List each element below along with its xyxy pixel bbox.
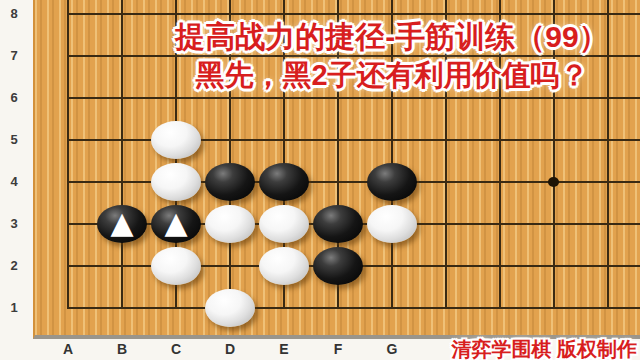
intersection-D1 [203, 287, 257, 329]
intersection-E4 [257, 161, 311, 203]
intersection-L4[interactable] [581, 161, 635, 203]
intersection-E3 [257, 203, 311, 245]
white-stone-C5 [151, 121, 201, 159]
title-line-1: 提高战力的捷径-手筋训练（99） [142, 17, 640, 58]
black-stone-B3: ▲ [97, 205, 147, 243]
intersection-D2[interactable] [203, 245, 257, 287]
black-stone-F2 [313, 247, 363, 285]
intersection-H1[interactable] [419, 287, 473, 329]
intersection-C4 [149, 161, 203, 203]
intersection-J3[interactable] [473, 203, 527, 245]
intersection-A4[interactable] [41, 161, 95, 203]
intersection-D3 [203, 203, 257, 245]
row-label-3: 3 [0, 203, 28, 245]
intersection-G4 [365, 161, 419, 203]
intersection-L2[interactable] [581, 245, 635, 287]
intersection-A6[interactable] [41, 77, 95, 119]
intersection-L1[interactable] [581, 287, 635, 329]
intersection-F2 [311, 245, 365, 287]
intersection-F3 [311, 203, 365, 245]
intersection-A3[interactable] [41, 203, 95, 245]
row-label-6: 6 [0, 77, 28, 119]
black-stone-D4 [205, 163, 255, 201]
white-stone-E2 [259, 247, 309, 285]
intersection-C3: ▲ [149, 203, 203, 245]
intersection-D5[interactable] [203, 119, 257, 161]
intersection-H5[interactable] [419, 119, 473, 161]
grid-extension [635, 287, 640, 329]
intersection-D4 [203, 161, 257, 203]
intersection-F4[interactable] [311, 161, 365, 203]
intersection-G1[interactable] [365, 287, 419, 329]
title-line-2: 黑先，黑2子还有利用价值吗？ [142, 56, 640, 96]
white-stone-E3 [259, 205, 309, 243]
intersection-B3: ▲ [95, 203, 149, 245]
intersection-B2[interactable] [95, 245, 149, 287]
intersection-A1[interactable] [41, 287, 95, 329]
white-stone-D1 [205, 289, 255, 327]
intersection-K3[interactable] [527, 203, 581, 245]
intersection-B4[interactable] [95, 161, 149, 203]
intersection-K4[interactable] [527, 161, 581, 203]
intersection-C1[interactable] [149, 287, 203, 329]
intersection-L3[interactable] [581, 203, 635, 245]
intersection-J1[interactable] [473, 287, 527, 329]
triangle-mark: ▲ [110, 208, 133, 238]
intersection-H2[interactable] [419, 245, 473, 287]
intersection-J4[interactable] [473, 161, 527, 203]
row-label-8: 8 [0, 0, 28, 35]
watermark-text: 清弈学围棋 版权制作 [451, 336, 637, 360]
intersection-B8[interactable] [95, 0, 149, 35]
intersection-G5[interactable] [365, 119, 419, 161]
row-label-1: 1 [0, 287, 28, 329]
intersection-B5[interactable] [95, 119, 149, 161]
row-label-7: 7 [0, 35, 28, 77]
intersection-A8[interactable] [41, 0, 95, 35]
row-coordinate-labels: 87654321 [0, 0, 28, 329]
black-stone-C3: ▲ [151, 205, 201, 243]
intersection-A7[interactable] [41, 35, 95, 77]
black-stone-G4 [367, 163, 417, 201]
intersection-B7[interactable] [95, 35, 149, 77]
intersection-B1[interactable] [95, 287, 149, 329]
col-label-D: D [203, 339, 257, 359]
go-problem-screenshot: ▲▲ 87654321 ABCDEFG 提高战力的捷径-手筋训练（99） 黑先，… [0, 0, 640, 360]
intersection-B6[interactable] [95, 77, 149, 119]
intersection-E1[interactable] [257, 287, 311, 329]
intersection-G2[interactable] [365, 245, 419, 287]
intersection-J2[interactable] [473, 245, 527, 287]
intersection-J5[interactable] [473, 119, 527, 161]
intersection-K5[interactable] [527, 119, 581, 161]
white-stone-C2 [151, 247, 201, 285]
black-stone-E4 [259, 163, 309, 201]
grid-extension [635, 161, 640, 203]
intersection-E2 [257, 245, 311, 287]
intersection-G3 [365, 203, 419, 245]
intersection-C5 [149, 119, 203, 161]
star-point-K4 [548, 177, 559, 187]
grid-extension [635, 119, 640, 161]
col-label-E: E [257, 339, 311, 359]
intersection-F5[interactable] [311, 119, 365, 161]
triangle-mark: ▲ [164, 208, 187, 238]
intersection-A2[interactable] [41, 245, 95, 287]
col-label-C: C [149, 339, 203, 359]
intersection-K2[interactable] [527, 245, 581, 287]
intersection-F1[interactable] [311, 287, 365, 329]
col-label-B: B [95, 339, 149, 359]
intersection-E5[interactable] [257, 119, 311, 161]
intersection-C2 [149, 245, 203, 287]
white-stone-D3 [205, 205, 255, 243]
white-stone-C4 [151, 163, 201, 201]
row-label-5: 5 [0, 119, 28, 161]
intersection-K1[interactable] [527, 287, 581, 329]
grid-extension [635, 245, 640, 287]
col-label-G: G [365, 339, 419, 359]
column-coordinate-labels: ABCDEFG [41, 339, 419, 359]
white-stone-G3 [367, 205, 417, 243]
col-label-F: F [311, 339, 365, 359]
grid-extension [635, 203, 640, 245]
intersection-H4[interactable] [419, 161, 473, 203]
col-label-A: A [41, 339, 95, 359]
intersection-L5[interactable] [581, 119, 635, 161]
row-label-2: 2 [0, 245, 28, 287]
row-label-4: 4 [0, 161, 28, 203]
intersection-H3[interactable] [419, 203, 473, 245]
black-stone-F3 [313, 205, 363, 243]
intersection-A5[interactable] [41, 119, 95, 161]
